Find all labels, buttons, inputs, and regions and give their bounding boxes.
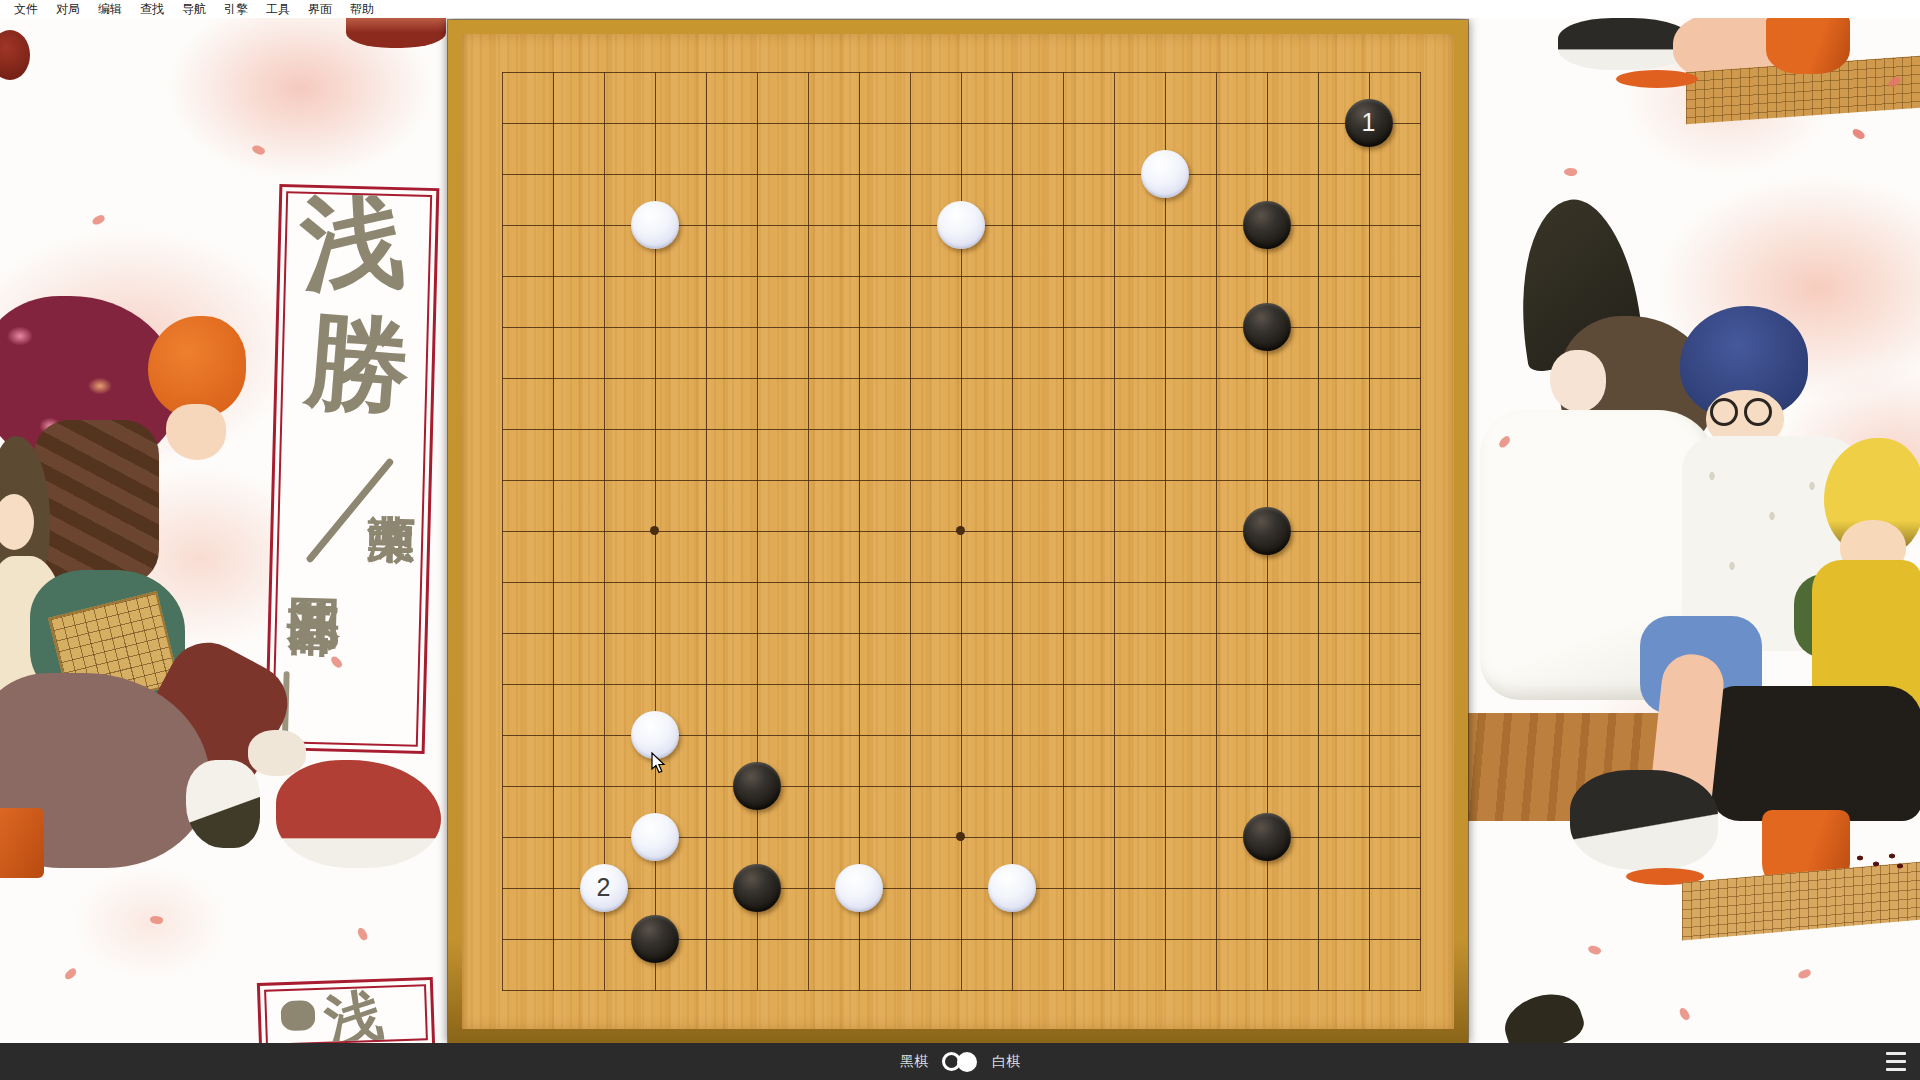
banner-fragment-char: 浅 [321, 987, 387, 1043]
banner-char-big-2: 勝 [302, 309, 414, 421]
color-toggle[interactable] [942, 1051, 978, 1072]
stones-grid[interactable]: 12 [476, 46, 1445, 1015]
black-stone-Q10[interactable] [1243, 507, 1291, 555]
black-stone-S18[interactable]: 1 [1345, 99, 1393, 147]
white-stone-L3[interactable] [988, 864, 1036, 912]
menu-edit[interactable]: 编辑 [92, 1, 134, 18]
menu-bar: 文件 对局 编辑 查找 导航 引擎 工具 界面 帮助 [0, 0, 1920, 18]
banner-slash-stroke [305, 457, 394, 563]
white-stone-O17[interactable] [1141, 150, 1189, 198]
mouse-cursor [651, 752, 667, 775]
art-orange-hair [148, 316, 246, 418]
menu-tools[interactable]: 工具 [260, 1, 302, 18]
art-orange-box [0, 808, 44, 878]
black-stone-Q4[interactable] [1243, 813, 1291, 861]
white-stone-C3[interactable]: 2 [580, 864, 628, 912]
art-black-fabric [1710, 686, 1920, 821]
art-sai-face [1550, 350, 1606, 412]
black-stone-F3[interactable] [733, 864, 781, 912]
menu-navigate[interactable]: 导航 [176, 1, 218, 18]
white-stone-icon [957, 1052, 977, 1072]
black-stone-Q14[interactable] [1243, 303, 1291, 351]
banner-fragment-mark [280, 1000, 315, 1031]
white-stone-H3[interactable] [835, 864, 883, 912]
hamburger-menu-icon[interactable] [1886, 1052, 1906, 1071]
art-victory-banner: 浅 勝 葉瀬中 囲碁部 [265, 184, 440, 754]
background-art-right [1468, 18, 1920, 1043]
art-glasses [1710, 398, 1738, 426]
art-dark-hat-bottom [1498, 985, 1588, 1043]
art-glasses-2 [1744, 398, 1772, 426]
art-banner-fragment: 浅 [257, 977, 435, 1043]
star-point [956, 832, 965, 841]
background-art-left: 浅 勝 葉瀬中 囲碁部 浅 [0, 18, 448, 1043]
menu-file[interactable]: 文件 [8, 1, 50, 18]
star-point [650, 526, 659, 535]
black-stone-D2[interactable] [631, 915, 679, 963]
banner-char-big-1: 浅 [299, 191, 407, 297]
art-red-sneaker [276, 760, 441, 868]
art-sandal [1570, 770, 1718, 870]
menu-find[interactable]: 查找 [134, 1, 176, 18]
art-top-orange-lid [1616, 70, 1698, 88]
white-stone-K16[interactable] [937, 201, 985, 249]
menu-help[interactable]: 帮助 [344, 1, 386, 18]
white-stone-D4[interactable] [631, 813, 679, 861]
art-go-bowl-dark [0, 30, 30, 80]
white-stone-D16[interactable] [631, 201, 679, 249]
art-striped-cushion [34, 420, 159, 585]
app-window: 文件 对局 编辑 查找 导航 引擎 工具 界面 帮助 浅 勝 葉瀬中 囲碁部 [0, 0, 1920, 1080]
art-olive-shoe [186, 760, 260, 848]
black-stone-F5[interactable] [733, 762, 781, 810]
menu-engine[interactable]: 引擎 [218, 1, 260, 18]
art-spilled-stones [1850, 850, 1910, 876]
black-stone-Q16[interactable] [1243, 201, 1291, 249]
art-top-orange-bowl [1766, 18, 1850, 74]
art-red-cup [346, 18, 446, 48]
go-board[interactable]: 12 [448, 20, 1468, 1043]
menu-interface[interactable]: 界面 [302, 1, 344, 18]
white-player-label: 白棋 [992, 1053, 1020, 1071]
art-face-skin-1 [166, 404, 226, 460]
bottom-bar: 黑棋 白棋 [0, 1043, 1920, 1080]
art-white-sock [248, 730, 306, 776]
black-player-label: 黑棋 [900, 1053, 928, 1071]
star-point [956, 526, 965, 535]
menu-game[interactable]: 对局 [50, 1, 92, 18]
